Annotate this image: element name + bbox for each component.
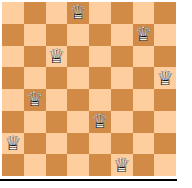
square-b8[interactable] xyxy=(24,2,46,24)
square-d7[interactable] xyxy=(67,24,89,46)
square-c2[interactable] xyxy=(46,133,68,155)
square-e6[interactable] xyxy=(89,46,111,68)
white-queen-outline: ♕ xyxy=(133,24,154,45)
square-a5[interactable] xyxy=(2,67,24,89)
square-g7[interactable]: ♛♕ xyxy=(133,24,155,46)
square-b2[interactable] xyxy=(24,133,46,155)
square-c7[interactable] xyxy=(46,24,68,46)
square-c3[interactable] xyxy=(46,111,68,133)
square-h3[interactable] xyxy=(154,111,176,133)
square-g8[interactable] xyxy=(133,2,155,24)
square-c8[interactable] xyxy=(46,2,68,24)
white-queen-icon: ♛♕ xyxy=(133,24,154,45)
square-h1[interactable] xyxy=(154,154,176,176)
square-b3[interactable] xyxy=(24,111,46,133)
square-a2[interactable]: ♛♕ xyxy=(2,133,24,155)
square-b1[interactable] xyxy=(24,154,46,176)
square-a8[interactable] xyxy=(2,2,24,24)
square-f1[interactable]: ♛♕ xyxy=(111,154,133,176)
square-a3[interactable] xyxy=(2,111,24,133)
square-e8[interactable] xyxy=(89,2,111,24)
square-h4[interactable] xyxy=(154,89,176,111)
square-f5[interactable] xyxy=(111,67,133,89)
white-queen-outline: ♕ xyxy=(89,111,110,132)
white-queen-icon: ♛♕ xyxy=(24,89,45,110)
square-a1[interactable] xyxy=(2,154,24,176)
square-e4[interactable] xyxy=(89,89,111,111)
square-f4[interactable] xyxy=(111,89,133,111)
square-h7[interactable] xyxy=(154,24,176,46)
square-b6[interactable] xyxy=(24,46,46,68)
square-b5[interactable] xyxy=(24,67,46,89)
square-f8[interactable] xyxy=(111,2,133,24)
square-c6[interactable]: ♛♕ xyxy=(46,46,68,68)
square-c5[interactable] xyxy=(46,67,68,89)
square-b4[interactable]: ♛♕ xyxy=(24,89,46,111)
square-g6[interactable] xyxy=(133,46,155,68)
white-queen-icon: ♛♕ xyxy=(2,133,23,154)
white-queen-icon: ♛♕ xyxy=(68,2,89,23)
square-d8[interactable]: ♛♕ xyxy=(67,2,89,24)
chess-board: ♛♕♛♕♛♕♛♕♛♕♛♕♛♕♛♕ xyxy=(2,2,176,176)
square-d3[interactable] xyxy=(67,111,89,133)
square-d2[interactable] xyxy=(67,133,89,155)
square-d5[interactable] xyxy=(67,67,89,89)
square-f2[interactable] xyxy=(111,133,133,155)
square-g5[interactable] xyxy=(133,67,155,89)
white-queen-icon: ♛♕ xyxy=(89,111,110,132)
square-d1[interactable] xyxy=(67,154,89,176)
square-f7[interactable] xyxy=(111,24,133,46)
square-h5[interactable]: ♛♕ xyxy=(154,67,176,89)
square-f3[interactable] xyxy=(111,111,133,133)
square-h6[interactable] xyxy=(154,46,176,68)
square-e7[interactable] xyxy=(89,24,111,46)
square-g3[interactable] xyxy=(133,111,155,133)
bottom-rule xyxy=(0,179,177,181)
square-d6[interactable] xyxy=(67,46,89,68)
square-h8[interactable] xyxy=(154,2,176,24)
square-e5[interactable] xyxy=(89,67,111,89)
square-g1[interactable] xyxy=(133,154,155,176)
white-queen-outline: ♕ xyxy=(2,133,23,154)
page: ♛♕♛♕♛♕♛♕♛♕♛♕♛♕♛♕ xyxy=(0,0,192,188)
square-e2[interactable] xyxy=(89,133,111,155)
white-queen-icon: ♛♕ xyxy=(111,155,132,176)
white-queen-icon: ♛♕ xyxy=(155,68,176,89)
white-queen-outline: ♕ xyxy=(24,89,45,110)
white-queen-outline: ♕ xyxy=(68,2,89,23)
square-e1[interactable] xyxy=(89,154,111,176)
white-queen-outline: ♕ xyxy=(155,68,176,89)
square-g2[interactable] xyxy=(133,133,155,155)
square-a7[interactable] xyxy=(2,24,24,46)
square-a4[interactable] xyxy=(2,89,24,111)
square-d4[interactable] xyxy=(67,89,89,111)
white-queen-outline: ♕ xyxy=(111,155,132,176)
square-f6[interactable] xyxy=(111,46,133,68)
square-b7[interactable] xyxy=(24,24,46,46)
white-queen-icon: ♛♕ xyxy=(46,46,67,67)
square-c4[interactable] xyxy=(46,89,68,111)
white-queen-outline: ♕ xyxy=(46,46,67,67)
square-a6[interactable] xyxy=(2,46,24,68)
square-h2[interactable] xyxy=(154,133,176,155)
square-e3[interactable]: ♛♕ xyxy=(89,111,111,133)
square-c1[interactable] xyxy=(46,154,68,176)
square-g4[interactable] xyxy=(133,89,155,111)
